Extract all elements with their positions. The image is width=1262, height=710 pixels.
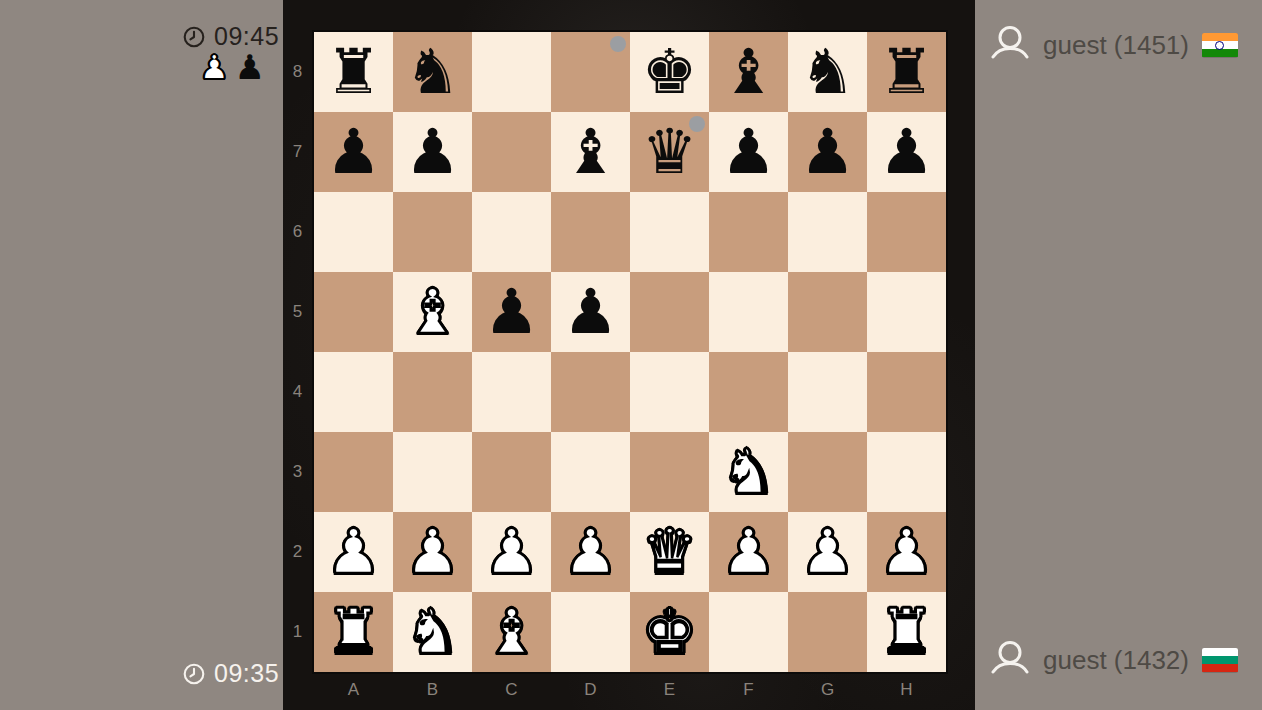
square-f2[interactable]: ♟ [709, 512, 788, 592]
square-h7[interactable]: ♟ [867, 112, 946, 192]
square-e3[interactable] [630, 432, 709, 512]
square-c8[interactable] [472, 32, 551, 112]
square-a6[interactable] [314, 192, 393, 272]
file-labels: ABCDEFGH [314, 678, 946, 702]
app-root: 87654321 ♜♞♚♝♞♜♟♟♝♛♟♟♟♝♟♟♞♟♟♟♟♛♟♟♟♜♞♝♚♜ … [0, 0, 1262, 710]
user-icon [990, 24, 1030, 66]
square-h5[interactable] [867, 272, 946, 352]
square-d7[interactable]: ♝ [551, 112, 630, 192]
square-c7[interactable] [472, 112, 551, 192]
white-pawn[interactable]: ♟ [879, 521, 935, 583]
square-a4[interactable] [314, 352, 393, 432]
square-a1[interactable]: ♜ [314, 592, 393, 672]
bottom-player-row: guest (1432) [990, 639, 1238, 681]
square-a3[interactable] [314, 432, 393, 512]
white-bishop[interactable]: ♝ [405, 281, 461, 343]
square-b3[interactable] [393, 432, 472, 512]
square-a7[interactable]: ♟ [314, 112, 393, 192]
captured-pieces-tray: ♟♟ [199, 50, 265, 84]
black-bishop[interactable]: ♝ [563, 121, 619, 183]
bottom-player-name: guest (1432) [1043, 645, 1189, 676]
square-b2[interactable]: ♟ [393, 512, 472, 592]
file-label-d: D [551, 678, 630, 702]
black-rook[interactable]: ♜ [879, 41, 935, 103]
square-a2[interactable]: ♟ [314, 512, 393, 592]
rank-label-3: 3 [283, 432, 312, 512]
move-hint-dot [689, 116, 705, 132]
top-player-row: guest (1451) [990, 24, 1238, 66]
user-icon [990, 639, 1030, 681]
rank-label-7: 7 [283, 112, 312, 192]
board-frame: ♜♞♚♝♞♜♟♟♝♛♟♟♟♝♟♟♞♟♟♟♟♛♟♟♟♜♞♝♚♜ [312, 30, 948, 674]
square-f4[interactable] [709, 352, 788, 432]
file-label-b: B [393, 678, 472, 702]
black-rook[interactable]: ♜ [326, 41, 382, 103]
move-hint-dot [610, 36, 626, 52]
square-f1[interactable] [709, 592, 788, 672]
square-b1[interactable]: ♞ [393, 592, 472, 672]
square-h8[interactable]: ♜ [867, 32, 946, 112]
file-label-g: G [788, 678, 867, 702]
black-pawn[interactable]: ♟ [326, 121, 382, 183]
square-g7[interactable]: ♟ [788, 112, 867, 192]
square-e6[interactable] [630, 192, 709, 272]
square-b6[interactable] [393, 192, 472, 272]
square-c6[interactable] [472, 192, 551, 272]
top-player-name: guest (1451) [1043, 30, 1189, 61]
black-bishop[interactable]: ♝ [721, 41, 777, 103]
square-g6[interactable] [788, 192, 867, 272]
rank-label-4: 4 [283, 352, 312, 432]
square-f8[interactable]: ♝ [709, 32, 788, 112]
file-label-h: H [867, 678, 946, 702]
square-c5[interactable]: ♟ [472, 272, 551, 352]
square-e4[interactable] [630, 352, 709, 432]
black-knight[interactable]: ♞ [800, 41, 856, 103]
rank-label-6: 6 [283, 192, 312, 272]
square-e1[interactable]: ♚ [630, 592, 709, 672]
rank-labels-overlay: 87654321 [283, 32, 312, 672]
square-d3[interactable] [551, 432, 630, 512]
captured-black-pawn: ♟ [234, 50, 264, 84]
square-h6[interactable] [867, 192, 946, 272]
square-f6[interactable] [709, 192, 788, 272]
clock-icon [182, 662, 206, 686]
white-pawn[interactable]: ♟ [800, 521, 856, 583]
square-a5[interactable] [314, 272, 393, 352]
square-d1[interactable] [551, 592, 630, 672]
black-pawn[interactable]: ♟ [879, 121, 935, 183]
square-c1[interactable]: ♝ [472, 592, 551, 672]
square-g1[interactable] [788, 592, 867, 672]
black-pawn[interactable]: ♟ [563, 281, 619, 343]
india-flag [1202, 33, 1238, 58]
white-knight[interactable]: ♞ [721, 441, 777, 503]
square-h3[interactable] [867, 432, 946, 512]
square-g2[interactable]: ♟ [788, 512, 867, 592]
white-player-clock: 09:35 [182, 659, 279, 688]
chess-board: ♜♞♚♝♞♜♟♟♝♛♟♟♟♝♟♟♞♟♟♟♟♛♟♟♟♜♞♝♚♜ [314, 32, 946, 672]
white-pawn[interactable]: ♟ [563, 521, 619, 583]
white-bishop[interactable]: ♝ [484, 601, 540, 663]
captured-white-pawn: ♟ [199, 50, 229, 84]
white-pawn[interactable]: ♟ [721, 521, 777, 583]
file-label-c: C [472, 678, 551, 702]
square-h4[interactable] [867, 352, 946, 432]
square-d4[interactable] [551, 352, 630, 432]
rank-label-5: 5 [283, 272, 312, 352]
square-f3[interactable]: ♞ [709, 432, 788, 512]
square-b4[interactable] [393, 352, 472, 432]
square-c2[interactable]: ♟ [472, 512, 551, 592]
bulgaria-flag [1202, 648, 1238, 673]
square-h2[interactable]: ♟ [867, 512, 946, 592]
square-c3[interactable] [472, 432, 551, 512]
black-pawn[interactable]: ♟ [800, 121, 856, 183]
square-g5[interactable] [788, 272, 867, 352]
square-b5[interactable]: ♝ [393, 272, 472, 352]
white-pawn[interactable]: ♟ [405, 521, 461, 583]
file-label-e: E [630, 678, 709, 702]
square-g4[interactable] [788, 352, 867, 432]
rank-label-2: 2 [283, 512, 312, 592]
square-d6[interactable] [551, 192, 630, 272]
ashoka-chakra [1215, 41, 1224, 50]
square-g8[interactable]: ♞ [788, 32, 867, 112]
square-e2[interactable]: ♛ [630, 512, 709, 592]
white-pawn[interactable]: ♟ [484, 521, 540, 583]
white-king[interactable]: ♚ [642, 601, 698, 663]
square-d8[interactable] [551, 32, 630, 112]
square-f5[interactable] [709, 272, 788, 352]
square-e5[interactable] [630, 272, 709, 352]
square-b7[interactable]: ♟ [393, 112, 472, 192]
black-queen[interactable]: ♛ [642, 121, 698, 183]
square-a8[interactable]: ♜ [314, 32, 393, 112]
square-d5[interactable]: ♟ [551, 272, 630, 352]
rank-label-8: 8 [283, 32, 312, 112]
black-knight[interactable]: ♞ [405, 41, 461, 103]
square-c4[interactable] [472, 352, 551, 432]
white-rook[interactable]: ♜ [326, 601, 382, 663]
square-f7[interactable]: ♟ [709, 112, 788, 192]
file-label-a: A [314, 678, 393, 702]
square-d2[interactable]: ♟ [551, 512, 630, 592]
rank-label-1: 1 [283, 592, 312, 672]
square-h1[interactable]: ♜ [867, 592, 946, 672]
white-clock-time: 09:35 [214, 659, 279, 688]
black-pawn[interactable]: ♟ [484, 281, 540, 343]
square-g3[interactable] [788, 432, 867, 512]
white-knight[interactable]: ♞ [405, 601, 461, 663]
white-rook[interactable]: ♜ [879, 601, 935, 663]
white-queen[interactable]: ♛ [642, 521, 698, 583]
square-b8[interactable]: ♞ [393, 32, 472, 112]
black-king[interactable]: ♚ [642, 41, 698, 103]
square-e8[interactable]: ♚ [630, 32, 709, 112]
clock-icon [182, 25, 206, 49]
black-pawn[interactable]: ♟ [721, 121, 777, 183]
black-pawn[interactable]: ♟ [405, 121, 461, 183]
white-pawn[interactable]: ♟ [326, 521, 382, 583]
square-e7[interactable]: ♛ [630, 112, 709, 192]
file-label-f: F [709, 678, 788, 702]
